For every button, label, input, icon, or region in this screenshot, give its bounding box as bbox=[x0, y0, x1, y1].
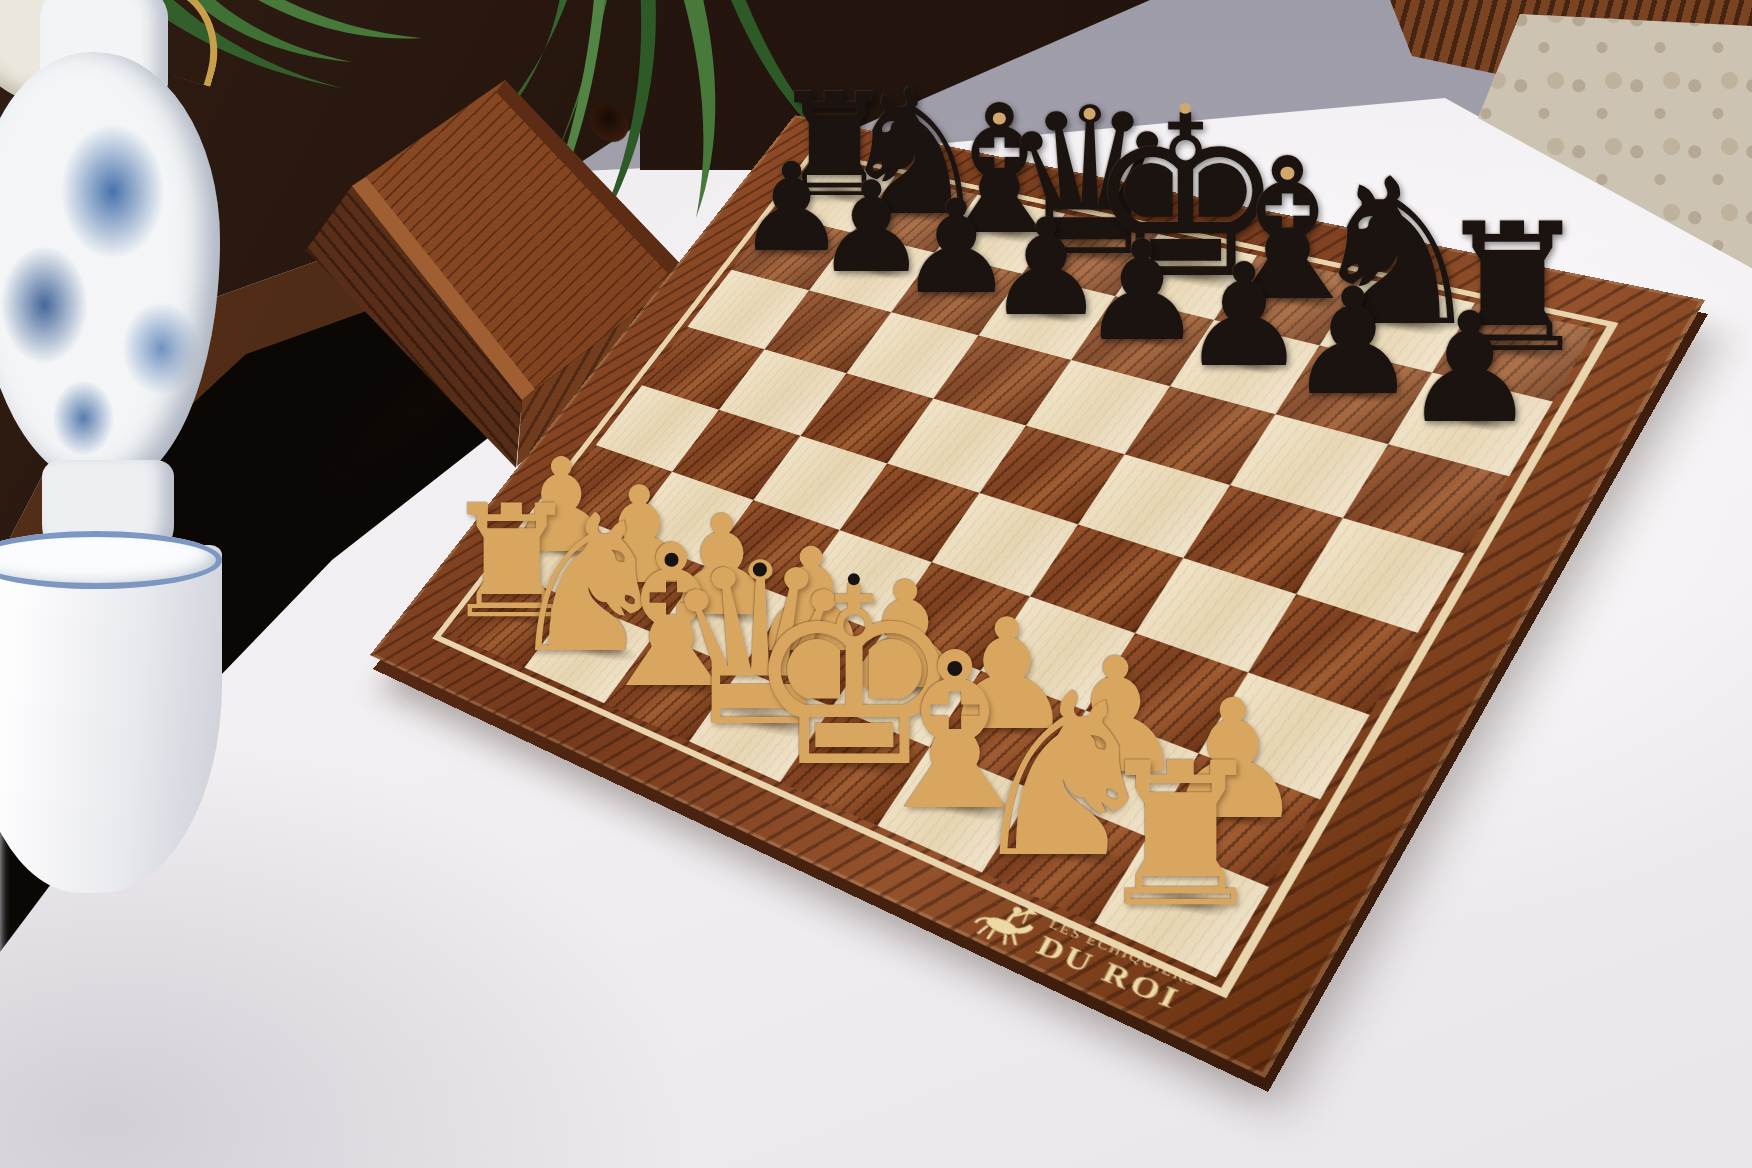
photo-stage: LES ÉCHIQUIERS DU ROI ♜♞♝♛♚♝♞♜♟♟♟♟♟♟♟♟♟♟… bbox=[0, 0, 1752, 1168]
piece-finial bbox=[1180, 102, 1191, 113]
piece-black-pawn-g7[interactable]: ♟ bbox=[1287, 268, 1419, 415]
pieces-layer: ♜♞♝♛♚♝♞♜♟♟♟♟♟♟♟♟♟♟♟♟♟♟♟♟♜♞♝♛♚♝♞♜ bbox=[0, 0, 1752, 1168]
piece-finial bbox=[1281, 166, 1295, 180]
piece-black-pawn-h7[interactable]: ♟ bbox=[1401, 294, 1538, 446]
piece-finial bbox=[848, 573, 860, 585]
piece-finial bbox=[948, 661, 963, 676]
piece-white-rook-h1[interactable]: ♜ bbox=[1092, 737, 1269, 935]
